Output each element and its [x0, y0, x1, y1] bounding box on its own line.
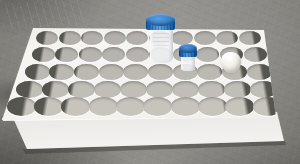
large-tube-graduations	[153, 29, 169, 48]
rack-hole-r3c5	[146, 81, 173, 98]
rack-hole-r0c1	[59, 31, 81, 45]
rack-hole-r1c7	[196, 47, 219, 62]
rack-hole-r0c9	[239, 31, 261, 45]
large-tube-cap-top	[146, 14, 175, 26]
rack-hole-r1c4	[126, 47, 149, 62]
bench-scratches	[3, 0, 85, 30]
rack-hole-r0c0	[36, 31, 58, 45]
rack-hole-r2c3	[99, 64, 124, 80]
rack-hole-r3c4	[120, 81, 147, 98]
rack-hole-r4c6	[171, 97, 200, 116]
rack-hole-r4c5	[143, 97, 172, 116]
rack-hole-r2c1	[49, 64, 74, 80]
rack-hole-r4c3	[89, 97, 118, 116]
rack-hole-r4c1	[34, 97, 63, 116]
large-tube-body	[150, 26, 173, 63]
rack-hole-r1c1	[55, 47, 78, 62]
rack-hole-r4c0	[7, 97, 36, 116]
rack-hole-r3c7	[198, 81, 225, 98]
rack-hole-r2c9	[247, 64, 272, 80]
rack-hole-r1c9	[244, 47, 267, 62]
rack-hole-r0c8	[216, 31, 238, 45]
rack-hole-r2c0	[25, 64, 50, 80]
rack-hole-r3c6	[172, 81, 199, 98]
rack-hole-r3c2	[68, 81, 95, 98]
rack-hole-r4c4	[116, 97, 145, 116]
rack-hole-r4c7	[198, 97, 227, 116]
rack-hole-r0c6	[171, 31, 193, 45]
rack-hole-r1c2	[79, 47, 102, 62]
lab-bench-scene	[0, 0, 300, 164]
small-vial-body	[181, 55, 195, 71]
small-vial-cap-top	[179, 44, 197, 53]
rack-hole-r3c3	[94, 81, 121, 98]
rack-hole-r0c2	[81, 31, 103, 45]
rack-hole-r1c3	[102, 47, 125, 62]
rack-hole-r0c3	[104, 31, 126, 45]
rack-hole-r4c2	[61, 97, 90, 116]
rack-hole-r2c5	[148, 64, 173, 80]
rack-hole-r3c1	[42, 81, 69, 98]
rack-hole-r0c7	[194, 31, 216, 45]
rack-hole-r1c0	[32, 47, 55, 62]
rack-hole-r3c9	[250, 81, 277, 98]
rack-hole-r3c8	[224, 81, 251, 98]
rack-hole-r2c2	[74, 64, 99, 80]
rack-hole-r2c4	[123, 64, 148, 80]
rack-hole-r4c8	[225, 97, 254, 116]
rack-hole-r3c0	[16, 81, 43, 98]
rack-hole-r0c4	[126, 31, 148, 45]
rack-hole-r2c7	[197, 64, 222, 80]
